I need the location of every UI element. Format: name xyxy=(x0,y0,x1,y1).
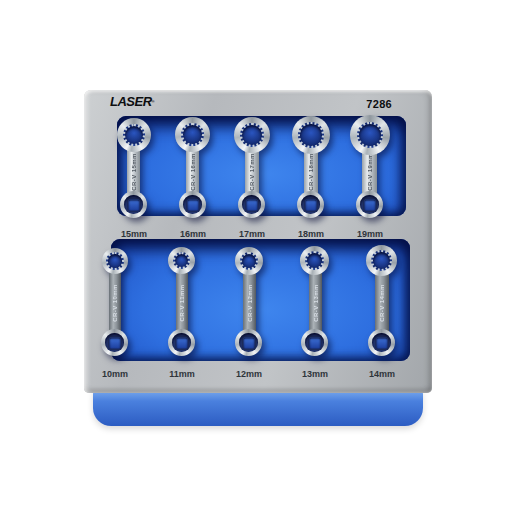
square-drive-hole xyxy=(109,337,120,348)
wrench-shaft: CR-V 11mm xyxy=(176,272,188,334)
brand-logo: LASER® xyxy=(110,95,154,108)
engraving-text: CR-V 15mm xyxy=(131,153,137,190)
engraving-text: CR-V 13mm xyxy=(313,284,319,321)
ring-bore xyxy=(298,122,323,147)
ring-bore xyxy=(123,124,145,146)
square-drive-end xyxy=(356,191,383,218)
square-drive-hole xyxy=(246,199,257,210)
wrench-shaft: CR-V 15mm xyxy=(127,148,140,195)
wrench-11mm: CR-V 11mm xyxy=(160,242,204,362)
size-label-10mm: 10mm xyxy=(93,369,137,379)
ring-bore xyxy=(181,123,204,146)
ring-end-large xyxy=(102,248,128,274)
ring-end-large xyxy=(292,116,330,154)
wrench-shaft: CR-V 10mm xyxy=(109,272,121,334)
square-drive-hole xyxy=(376,337,387,348)
engraving-text: CR-V 17mm xyxy=(249,153,255,190)
ring-bore xyxy=(240,252,259,271)
wrench-shaft: CR-V 17mm xyxy=(245,148,259,195)
engraving-text: CR-V 11mm xyxy=(179,285,185,322)
size-label-13mm: 13mm xyxy=(293,369,337,379)
wrench-shaft: CR-V 19mm xyxy=(362,148,377,195)
ring-bore xyxy=(357,122,383,148)
square-drive-hole xyxy=(309,337,320,348)
ring-bore xyxy=(240,123,264,147)
square-drive-hole xyxy=(364,199,375,210)
ring-bore xyxy=(371,250,391,270)
wrench-16mm: CR-V 16mm xyxy=(171,118,215,220)
wrench-10mm: CR-V 10mm xyxy=(93,242,137,362)
size-label-18mm: 18mm xyxy=(289,229,333,239)
ring-end-large xyxy=(366,245,397,276)
square-drive-end xyxy=(120,191,147,218)
ring-bore xyxy=(106,252,123,269)
ring-end-large xyxy=(175,117,210,152)
size-label-17mm: 17mm xyxy=(230,229,274,239)
wrench-17mm: CR-V 17mm xyxy=(230,118,274,220)
wrench-14mm: CR-V 14mm xyxy=(360,242,404,362)
square-drive-hole xyxy=(176,337,187,348)
ring-end-large xyxy=(300,246,329,275)
square-drive-hole xyxy=(128,199,139,210)
size-label-11mm: 11mm xyxy=(160,369,204,379)
square-drive-end xyxy=(238,191,265,218)
wrench-shaft: CR-V 14mm xyxy=(375,272,389,334)
square-drive-end xyxy=(368,329,395,356)
size-label-12mm: 12mm xyxy=(227,369,271,379)
engraving-text: CR-V 18mm xyxy=(308,153,314,190)
square-drive-hole xyxy=(243,337,254,348)
square-drive-end xyxy=(297,191,324,218)
square-drive-end xyxy=(168,329,195,356)
square-drive-end xyxy=(101,329,128,356)
ring-end-large xyxy=(235,247,263,275)
size-label-19mm: 19mm xyxy=(348,229,392,239)
square-drive-end xyxy=(301,329,328,356)
wrench-shaft: CR-V 12mm xyxy=(243,272,256,334)
ring-end-large xyxy=(234,117,270,153)
size-label-16mm: 16mm xyxy=(171,229,215,239)
brand-text: LASER xyxy=(110,94,152,109)
product-code-label: 7286 xyxy=(366,99,392,110)
engraving-text: CR-V 16mm xyxy=(190,153,196,190)
wrench-13mm: CR-V 13mm xyxy=(293,242,337,362)
ring-end-large xyxy=(350,115,390,155)
wrench-shaft: CR-V 13mm xyxy=(309,272,322,334)
square-drive-hole xyxy=(305,199,316,210)
tool-tray: LASER® 7286 CR-V 15mm CR-V 16mm CR-V 17m… xyxy=(84,90,432,393)
wrench-18mm: CR-V 18mm xyxy=(289,118,333,220)
wrench-15mm: CR-V 15mm xyxy=(112,118,156,220)
square-drive-end xyxy=(179,191,206,218)
wrench-shaft: CR-V 18mm xyxy=(304,148,318,195)
ring-bore xyxy=(305,251,324,270)
ring-end-large xyxy=(168,247,195,274)
wrench-19mm: CR-V 19mm xyxy=(348,118,392,220)
square-drive-end xyxy=(235,329,262,356)
wrench-12mm: CR-V 12mm xyxy=(227,242,271,362)
registered-trademark: ® xyxy=(152,99,154,104)
size-label-14mm: 14mm xyxy=(360,369,404,379)
square-drive-hole xyxy=(187,199,198,210)
product-photo: LASER® 7286 CR-V 15mm CR-V 16mm CR-V 17m… xyxy=(84,90,432,430)
wrench-shaft: CR-V 16mm xyxy=(186,148,199,195)
ring-bore xyxy=(173,252,191,270)
ring-end-large xyxy=(117,118,151,152)
engraving-text: CR-V 19mm xyxy=(367,153,373,190)
size-label-15mm: 15mm xyxy=(112,229,156,239)
engraving-text: CR-V 10mm xyxy=(112,284,118,321)
engraving-text: CR-V 14mm xyxy=(379,284,385,321)
engraving-text: CR-V 12mm xyxy=(247,284,253,321)
